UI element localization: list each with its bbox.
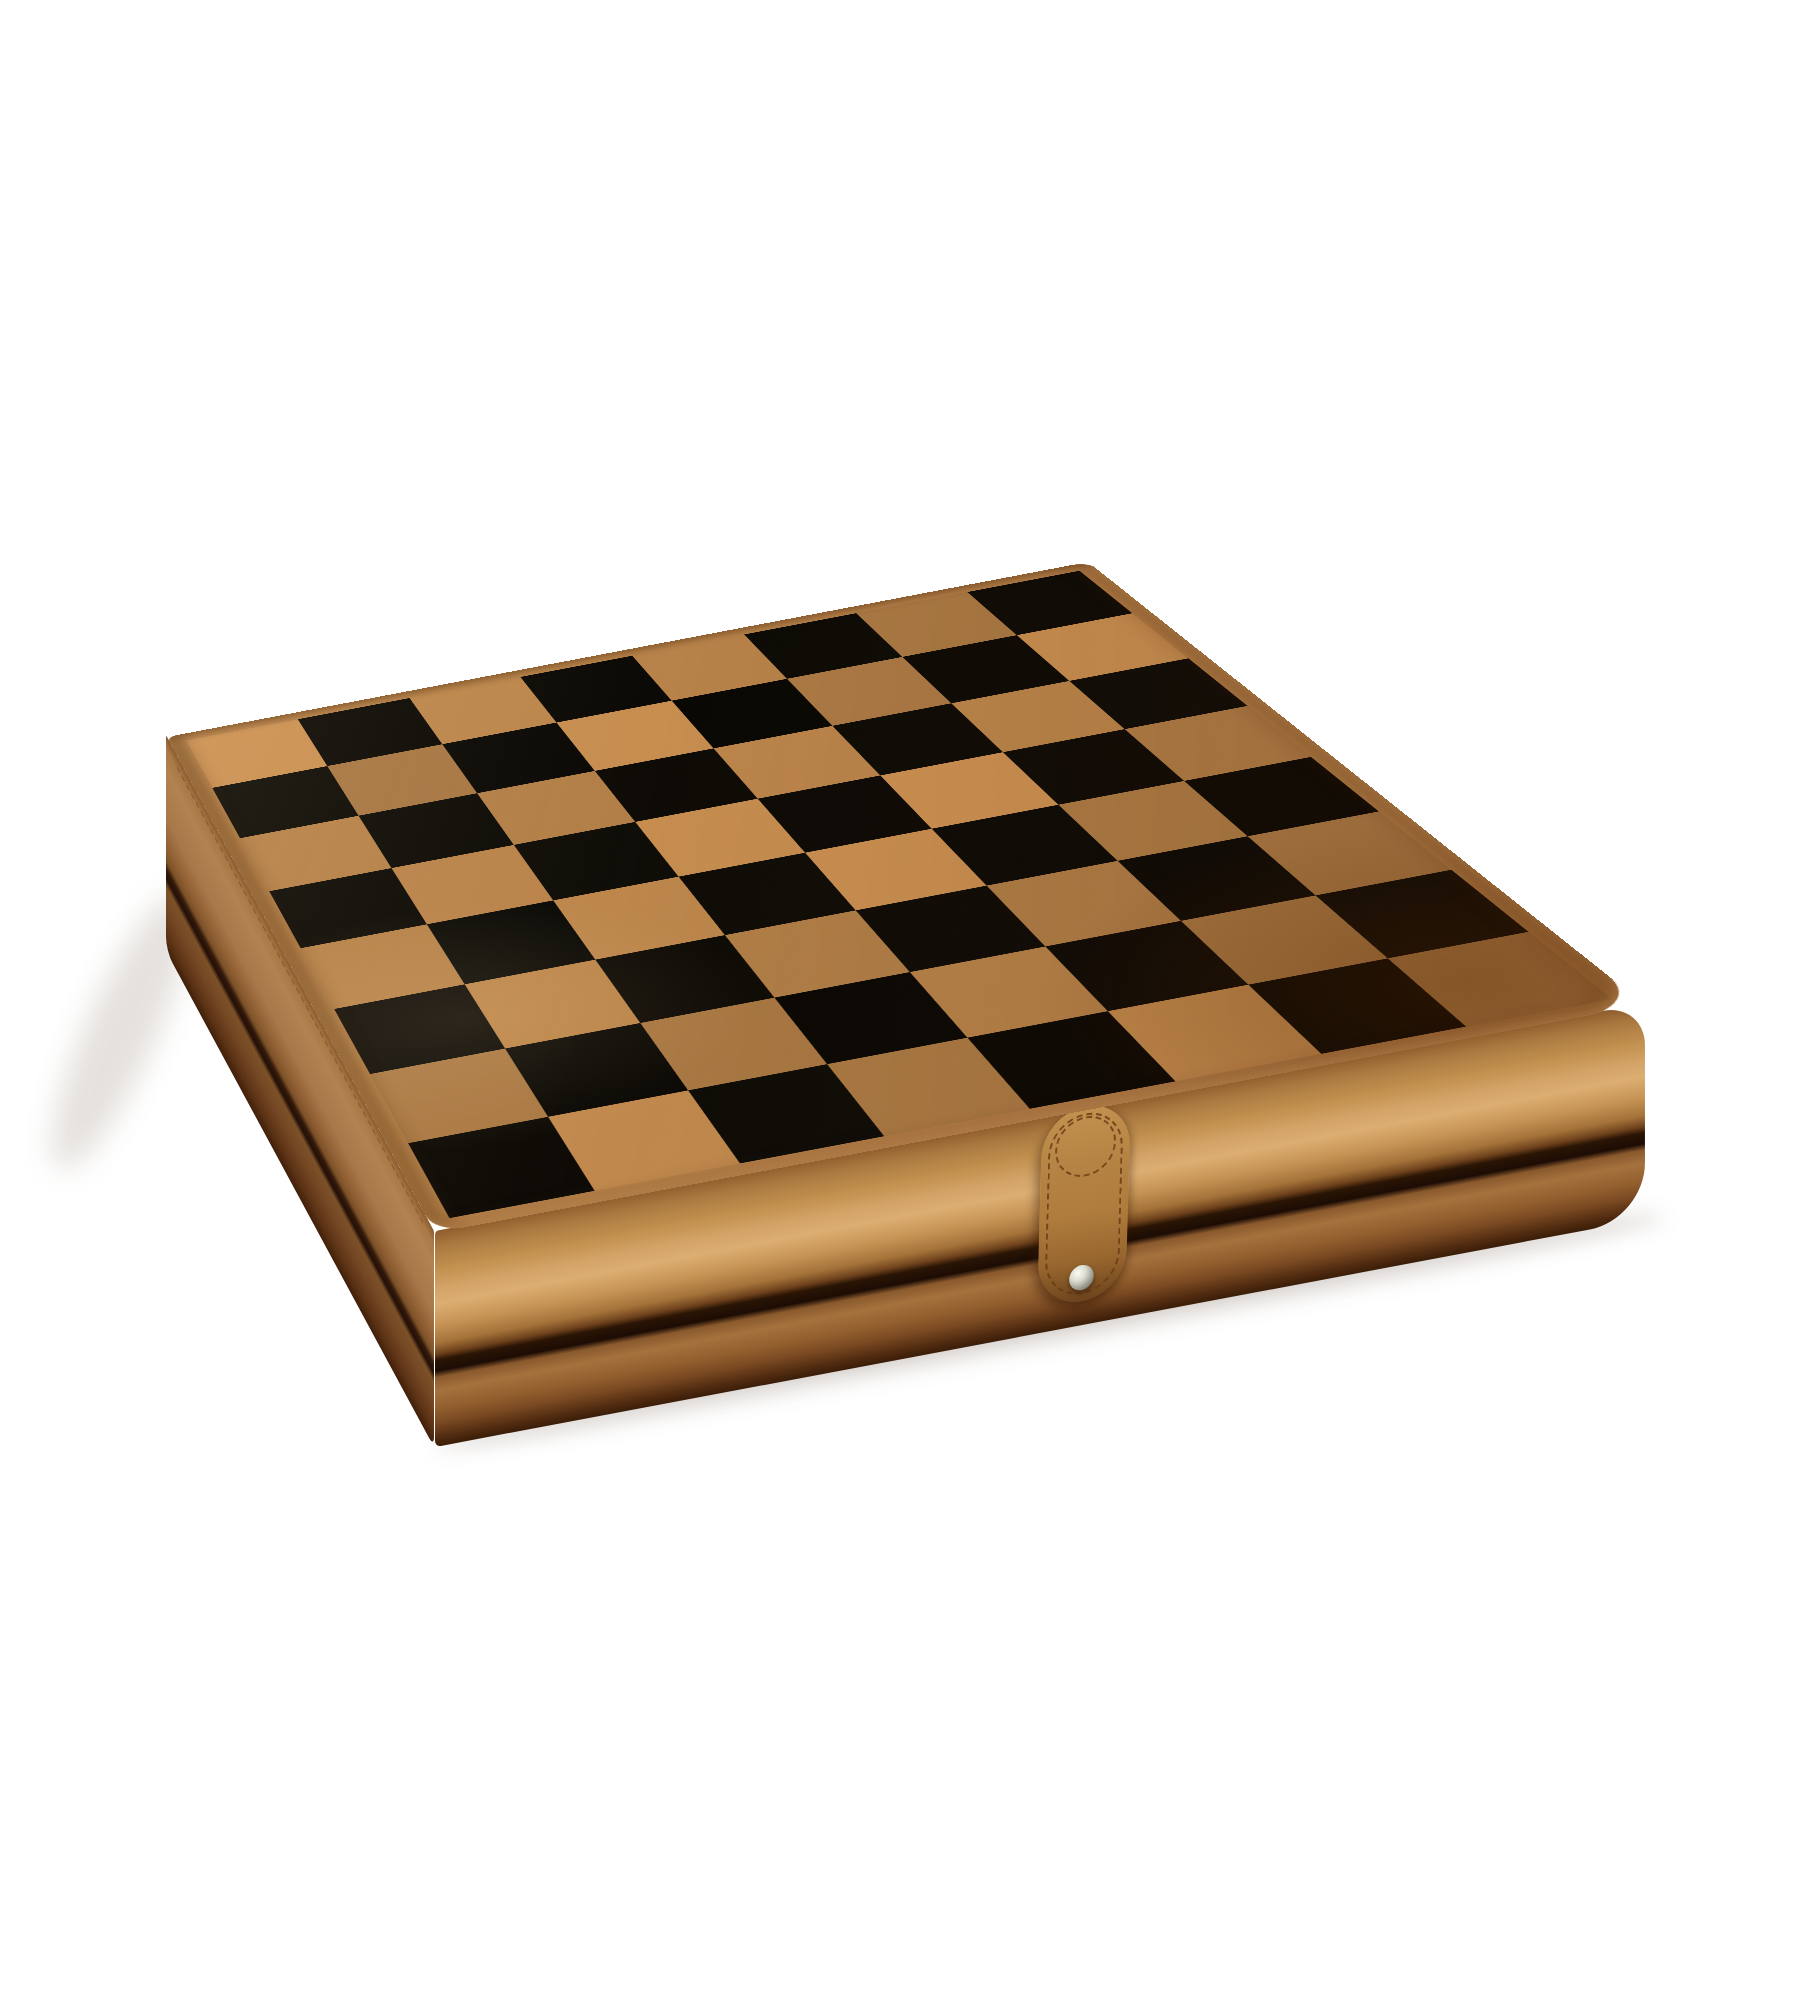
clasp-strap — [1037, 1099, 1131, 1308]
chess-box-product-photo — [0, 0, 1810, 2000]
